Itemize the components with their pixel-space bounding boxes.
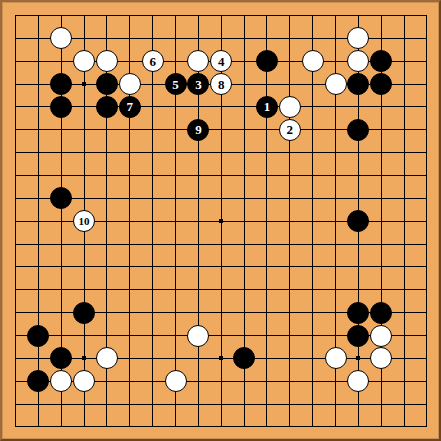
- star-point: [82, 82, 86, 86]
- black-stone: [256, 50, 278, 72]
- white-stone: [347, 50, 369, 72]
- black-stone: [50, 347, 72, 369]
- black-stone: [96, 96, 118, 118]
- move-8-label: 8: [210, 73, 232, 95]
- white-stone: [370, 325, 392, 347]
- move-6-label: 6: [142, 50, 164, 72]
- white-stone: [347, 27, 369, 49]
- go-diagram: 12345678910: [0, 0, 441, 441]
- white-stone: [73, 50, 95, 72]
- black-stone: [370, 50, 392, 72]
- white-stone: [73, 370, 95, 392]
- grid-line-horizontal: [15, 404, 427, 405]
- white-stone: [325, 347, 347, 369]
- move-3-label: 3: [187, 73, 209, 95]
- black-stone: [27, 325, 49, 347]
- white-stone: [50, 370, 72, 392]
- white-stone: [165, 370, 187, 392]
- black-stone: [347, 119, 369, 141]
- white-stone: [302, 50, 324, 72]
- black-stone: [347, 210, 369, 232]
- white-stone: [96, 50, 118, 72]
- white-stone: [279, 96, 301, 118]
- move-10-label: 10: [73, 210, 95, 232]
- black-stone: [347, 73, 369, 95]
- star-point: [356, 356, 360, 360]
- black-stone: [233, 347, 255, 369]
- white-stone: [50, 27, 72, 49]
- black-stone: [370, 73, 392, 95]
- grid-line-vertical: [426, 15, 427, 427]
- black-stone: [50, 96, 72, 118]
- white-stone: [187, 50, 209, 72]
- move-1-label: 1: [256, 96, 278, 118]
- black-stone: [347, 302, 369, 324]
- star-point: [219, 356, 223, 360]
- grid-line-vertical: [289, 15, 290, 427]
- black-stone: [73, 302, 95, 324]
- star-point: [82, 356, 86, 360]
- black-stone: [96, 73, 118, 95]
- move-4-label: 4: [210, 50, 232, 72]
- white-stone: [370, 347, 392, 369]
- grid-line-horizontal: [15, 289, 427, 290]
- white-stone: [187, 325, 209, 347]
- grid-line-horizontal: [15, 244, 427, 245]
- black-stone: [50, 187, 72, 209]
- white-stone: [347, 370, 369, 392]
- move-2-label: 2: [279, 119, 301, 141]
- white-stone: [325, 73, 347, 95]
- black-stone: [347, 325, 369, 347]
- black-stone: [370, 302, 392, 324]
- grid-line-vertical: [312, 15, 313, 427]
- white-stone: [96, 347, 118, 369]
- go-board: 12345678910: [0, 0, 441, 441]
- move-9-label: 9: [187, 119, 209, 141]
- white-stone: [119, 73, 141, 95]
- move-5-label: 5: [165, 73, 187, 95]
- grid-line-horizontal: [15, 426, 427, 427]
- black-stone: [27, 370, 49, 392]
- black-stone: [50, 73, 72, 95]
- grid-line-vertical: [266, 15, 267, 427]
- move-7-label: 7: [119, 96, 141, 118]
- grid-line-horizontal: [15, 266, 427, 267]
- grid-line-vertical: [404, 15, 405, 427]
- star-point: [219, 219, 223, 223]
